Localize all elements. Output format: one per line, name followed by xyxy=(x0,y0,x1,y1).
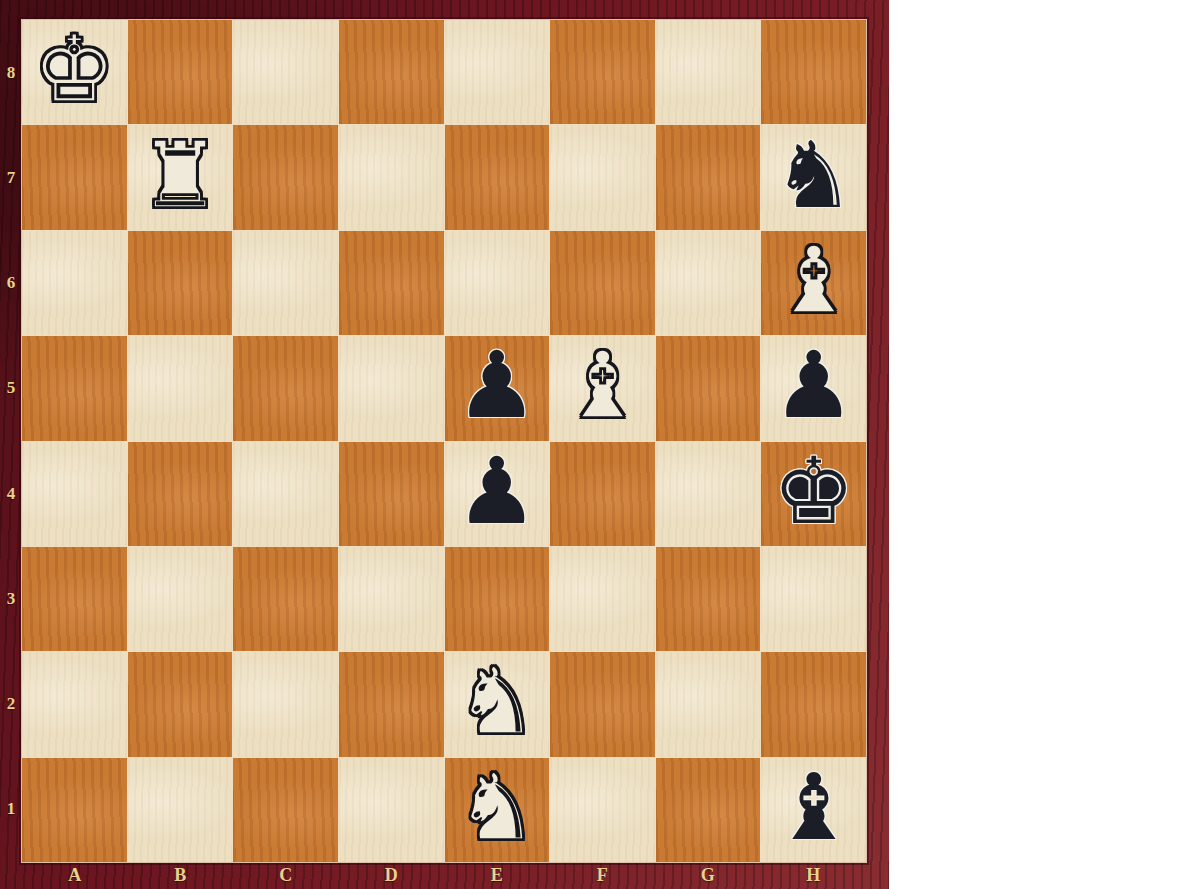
square-c8[interactable] xyxy=(233,20,338,124)
page: 87654321 ABCDEFGH ♚♜♞♝♟♝♟♟♚♞♞♝ xyxy=(0,0,1200,889)
file-label-d: D xyxy=(339,862,445,889)
black-knight[interactable]: ♞ xyxy=(772,130,854,222)
square-g8[interactable] xyxy=(656,20,761,124)
square-a4[interactable] xyxy=(22,442,127,546)
square-d3[interactable] xyxy=(339,547,444,651)
file-label-a: A xyxy=(22,862,128,889)
square-b8[interactable] xyxy=(128,20,233,124)
square-a8[interactable]: ♚ xyxy=(22,20,127,124)
square-a2[interactable] xyxy=(22,652,127,756)
square-c1[interactable] xyxy=(233,758,338,862)
file-label-h: H xyxy=(761,862,867,889)
square-c2[interactable] xyxy=(233,652,338,756)
square-g1[interactable] xyxy=(656,758,761,862)
square-f2[interactable] xyxy=(550,652,655,756)
square-a5[interactable] xyxy=(22,336,127,440)
square-d7[interactable] xyxy=(339,125,444,229)
square-c7[interactable] xyxy=(233,125,338,229)
rank-label-5: 5 xyxy=(0,336,22,441)
rank-label-8: 8 xyxy=(0,20,22,125)
square-d8[interactable] xyxy=(339,20,444,124)
square-f1[interactable] xyxy=(550,758,655,862)
square-c5[interactable] xyxy=(233,336,338,440)
square-f7[interactable] xyxy=(550,125,655,229)
square-g3[interactable] xyxy=(656,547,761,651)
square-f8[interactable] xyxy=(550,20,655,124)
square-g2[interactable] xyxy=(656,652,761,756)
white-rook[interactable]: ♜ xyxy=(139,130,221,222)
white-knight[interactable]: ♞ xyxy=(456,762,538,854)
square-f3[interactable] xyxy=(550,547,655,651)
square-d4[interactable] xyxy=(339,442,444,546)
square-h6[interactable]: ♝ xyxy=(761,231,866,335)
rank-label-3: 3 xyxy=(0,546,22,651)
square-b5[interactable] xyxy=(128,336,233,440)
black-king[interactable]: ♚ xyxy=(772,446,854,538)
square-e6[interactable] xyxy=(445,231,550,335)
square-h3[interactable] xyxy=(761,547,866,651)
square-g7[interactable] xyxy=(656,125,761,229)
white-bishop[interactable]: ♝ xyxy=(772,235,854,327)
square-f5[interactable]: ♝ xyxy=(550,336,655,440)
square-f4[interactable] xyxy=(550,442,655,546)
chess-board: 87654321 ABCDEFGH ♚♜♞♝♟♝♟♟♚♞♞♝ xyxy=(0,0,889,889)
black-pawn[interactable]: ♟ xyxy=(456,340,538,432)
square-e5[interactable]: ♟ xyxy=(445,336,550,440)
square-d2[interactable] xyxy=(339,652,444,756)
square-c6[interactable] xyxy=(233,231,338,335)
square-b3[interactable] xyxy=(128,547,233,651)
square-b2[interactable] xyxy=(128,652,233,756)
rank-label-1: 1 xyxy=(0,757,22,862)
square-b4[interactable] xyxy=(128,442,233,546)
square-e7[interactable] xyxy=(445,125,550,229)
square-g5[interactable] xyxy=(656,336,761,440)
black-pawn[interactable]: ♟ xyxy=(772,340,854,432)
square-b7[interactable]: ♜ xyxy=(128,125,233,229)
rank-labels: 87654321 xyxy=(0,20,22,862)
file-label-b: B xyxy=(128,862,234,889)
square-g4[interactable] xyxy=(656,442,761,546)
board-grid: ♚♜♞♝♟♝♟♟♚♞♞♝ xyxy=(22,20,866,862)
square-e3[interactable] xyxy=(445,547,550,651)
rank-label-2: 2 xyxy=(0,652,22,757)
square-d6[interactable] xyxy=(339,231,444,335)
square-c4[interactable] xyxy=(233,442,338,546)
square-h2[interactable] xyxy=(761,652,866,756)
file-label-f: F xyxy=(550,862,656,889)
square-g6[interactable] xyxy=(656,231,761,335)
file-label-c: C xyxy=(233,862,339,889)
square-h8[interactable] xyxy=(761,20,866,124)
square-h5[interactable]: ♟ xyxy=(761,336,866,440)
square-e8[interactable] xyxy=(445,20,550,124)
rank-label-7: 7 xyxy=(0,125,22,230)
rank-label-6: 6 xyxy=(0,231,22,336)
square-c3[interactable] xyxy=(233,547,338,651)
white-bishop[interactable]: ♝ xyxy=(561,340,643,432)
rank-label-4: 4 xyxy=(0,441,22,546)
square-e2[interactable]: ♞ xyxy=(445,652,550,756)
square-e4[interactable]: ♟ xyxy=(445,442,550,546)
square-h7[interactable]: ♞ xyxy=(761,125,866,229)
white-king[interactable]: ♚ xyxy=(33,24,115,116)
square-h4[interactable]: ♚ xyxy=(761,442,866,546)
square-b6[interactable] xyxy=(128,231,233,335)
square-a6[interactable] xyxy=(22,231,127,335)
file-labels: ABCDEFGH xyxy=(22,862,866,889)
square-a3[interactable] xyxy=(22,547,127,651)
square-a1[interactable] xyxy=(22,758,127,862)
black-pawn[interactable]: ♟ xyxy=(456,446,538,538)
square-d1[interactable] xyxy=(339,758,444,862)
square-d5[interactable] xyxy=(339,336,444,440)
square-b1[interactable] xyxy=(128,758,233,862)
square-a7[interactable] xyxy=(22,125,127,229)
file-label-g: G xyxy=(655,862,761,889)
black-bishop[interactable]: ♝ xyxy=(772,762,854,854)
square-f6[interactable] xyxy=(550,231,655,335)
square-h1[interactable]: ♝ xyxy=(761,758,866,862)
file-label-e: E xyxy=(444,862,550,889)
white-knight[interactable]: ♞ xyxy=(456,656,538,748)
square-e1[interactable]: ♞ xyxy=(445,758,550,862)
